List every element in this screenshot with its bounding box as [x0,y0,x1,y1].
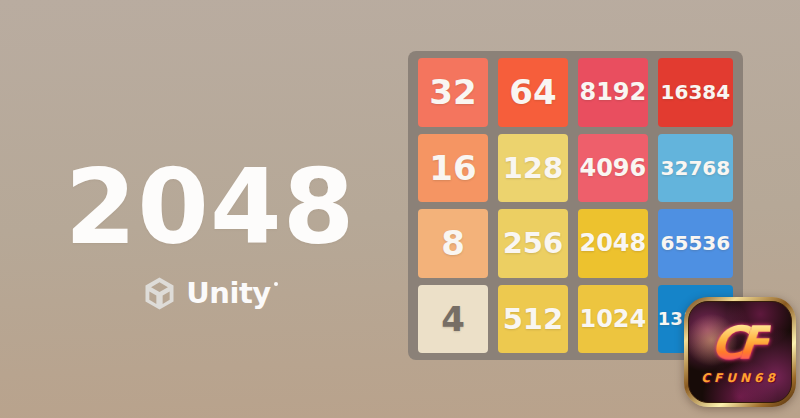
watermark-brand: CFUN68 [701,371,779,385]
promo-banner: { "game": "2048", "position": "32,64,819… [0,0,800,418]
game-title: 2048 [0,156,420,259]
tile-256: 256 [498,209,568,278]
unity-logo: Unity [0,272,420,314]
tile-64: 64 [498,58,568,127]
tile-8192: 8192 [578,58,648,127]
tile-4: 4 [418,285,488,354]
left-panel: 2048 Unity [0,0,420,418]
trademark-dot [274,282,278,286]
tile-8: 8 [418,209,488,278]
tile-16384: 16384 [658,58,733,127]
watermark-logo: CF CFUN68 [684,297,796,407]
watermark-monogram: CF [708,320,771,366]
tile-16: 16 [418,134,488,203]
tile-32768: 32768 [658,134,733,203]
watermark-logo-inner: CF CFUN68 [688,301,792,403]
tile-128: 128 [498,134,568,203]
unity-cube-icon [142,275,177,312]
tile-1024: 1024 [578,285,648,354]
tile-32: 32 [418,58,488,127]
tile-4096: 4096 [578,134,648,203]
unity-wordmark-text: Unity [186,279,270,308]
tile-512: 512 [498,285,568,354]
unity-wordmark: Unity [186,279,277,308]
tile-65536: 65536 [658,209,733,278]
tile-2048: 2048 [578,209,648,278]
